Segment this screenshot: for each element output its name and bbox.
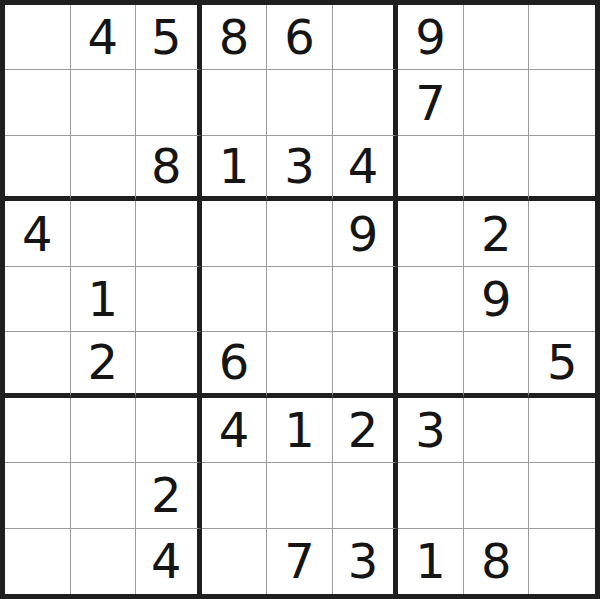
cell-r6c4[interactable]: 6 [202,332,268,397]
given-digit: 9 [481,275,512,323]
cell-r9c6[interactable]: 3 [333,529,399,594]
given-digit: 8 [481,537,512,585]
cell-r2c3[interactable] [136,70,202,135]
given-digit: 8 [151,142,182,190]
cell-r7c9[interactable] [529,398,595,463]
given-digit: 3 [284,142,315,190]
given-digit: 3 [348,537,379,585]
cell-r7c7[interactable]: 3 [398,398,464,463]
cell-r7c4[interactable]: 4 [202,398,268,463]
cell-r2c2[interactable] [71,70,137,135]
cell-r7c1[interactable] [5,398,71,463]
cell-r2c5[interactable] [267,70,333,135]
cell-r6c6[interactable] [333,332,399,397]
cell-r6c5[interactable] [267,332,333,397]
cell-r1c6[interactable] [333,5,399,70]
cell-r9c2[interactable] [71,529,137,594]
cell-r8c3[interactable]: 2 [136,463,202,528]
cell-r9c9[interactable] [529,529,595,594]
cell-r3c1[interactable] [5,136,71,201]
given-digit: 4 [22,210,53,258]
cell-r2c1[interactable] [5,70,71,135]
given-digit: 9 [348,210,379,258]
given-digit: 1 [284,406,315,454]
cell-r5c9[interactable] [529,267,595,332]
cell-r5c1[interactable] [5,267,71,332]
cell-r1c8[interactable] [464,5,530,70]
cell-r7c2[interactable] [71,398,137,463]
cell-r5c5[interactable] [267,267,333,332]
cell-r1c9[interactable] [529,5,595,70]
given-digit: 2 [88,338,119,386]
given-digit: 1 [88,275,119,323]
cell-r3c7[interactable] [398,136,464,201]
cell-r9c5[interactable]: 7 [267,529,333,594]
cell-r3c2[interactable] [71,136,137,201]
cell-r7c5[interactable]: 1 [267,398,333,463]
given-digit: 7 [415,79,446,127]
cell-r6c9[interactable]: 5 [529,332,595,397]
given-digit: 9 [415,13,446,61]
cell-r8c9[interactable] [529,463,595,528]
cell-r6c7[interactable] [398,332,464,397]
cell-r2c4[interactable] [202,70,268,135]
given-digit: 6 [219,338,250,386]
cell-r7c3[interactable] [136,398,202,463]
cell-r4c9[interactable] [529,201,595,266]
cell-r4c7[interactable] [398,201,464,266]
cell-r8c7[interactable] [398,463,464,528]
cell-r1c1[interactable] [5,5,71,70]
cell-r3c8[interactable] [464,136,530,201]
given-digit: 7 [284,537,315,585]
cell-r9c8[interactable]: 8 [464,529,530,594]
given-digit: 5 [151,13,182,61]
cell-r5c2[interactable]: 1 [71,267,137,332]
cell-r7c8[interactable] [464,398,530,463]
cell-r1c5[interactable]: 6 [267,5,333,70]
cell-r2c9[interactable] [529,70,595,135]
cell-r7c6[interactable]: 2 [333,398,399,463]
cell-r3c6[interactable]: 4 [333,136,399,201]
cell-r4c4[interactable] [202,201,268,266]
cell-r6c8[interactable] [464,332,530,397]
cell-r3c4[interactable]: 1 [202,136,268,201]
given-digit: 2 [348,406,379,454]
cell-r6c2[interactable]: 2 [71,332,137,397]
given-digit: 5 [547,338,578,386]
cell-r2c8[interactable] [464,70,530,135]
cell-r4c5[interactable] [267,201,333,266]
given-digit: 4 [151,537,182,585]
cell-r8c6[interactable] [333,463,399,528]
cell-r8c1[interactable] [5,463,71,528]
given-digit: 1 [219,142,250,190]
cell-r9c1[interactable] [5,529,71,594]
given-digit: 2 [151,471,182,519]
cell-r5c7[interactable] [398,267,464,332]
cell-r4c3[interactable] [136,201,202,266]
cell-r4c2[interactable] [71,201,137,266]
cell-r4c8[interactable]: 2 [464,201,530,266]
cell-r5c6[interactable] [333,267,399,332]
cell-r1c3[interactable]: 5 [136,5,202,70]
cell-r3c9[interactable] [529,136,595,201]
cell-r6c1[interactable] [5,332,71,397]
cell-r5c4[interactable] [202,267,268,332]
cell-r4c1[interactable]: 4 [5,201,71,266]
cell-r8c2[interactable] [71,463,137,528]
cell-r4c6[interactable]: 9 [333,201,399,266]
cell-r3c3[interactable]: 8 [136,136,202,201]
cell-r5c3[interactable] [136,267,202,332]
cell-r1c4[interactable]: 8 [202,5,268,70]
cell-r2c7[interactable]: 7 [398,70,464,135]
cell-r9c4[interactable] [202,529,268,594]
cell-r1c2[interactable]: 4 [71,5,137,70]
cell-r8c5[interactable] [267,463,333,528]
cell-r2c6[interactable] [333,70,399,135]
given-digit: 4 [88,13,119,61]
given-digit: 6 [284,13,315,61]
given-digit: 3 [415,406,446,454]
given-digit: 2 [481,210,512,258]
given-digit: 8 [219,13,250,61]
given-digit: 4 [219,406,250,454]
given-digit: 1 [415,537,446,585]
cell-r1c7[interactable]: 9 [398,5,464,70]
cell-r9c3[interactable]: 4 [136,529,202,594]
cell-r5c8[interactable]: 9 [464,267,530,332]
cell-r8c8[interactable] [464,463,530,528]
sudoku-board: 4586978134492192654123247318 [0,0,600,599]
cell-r8c4[interactable] [202,463,268,528]
cell-r3c5[interactable]: 3 [267,136,333,201]
given-digit: 4 [348,142,379,190]
cell-r6c3[interactable] [136,332,202,397]
cell-r9c7[interactable]: 1 [398,529,464,594]
